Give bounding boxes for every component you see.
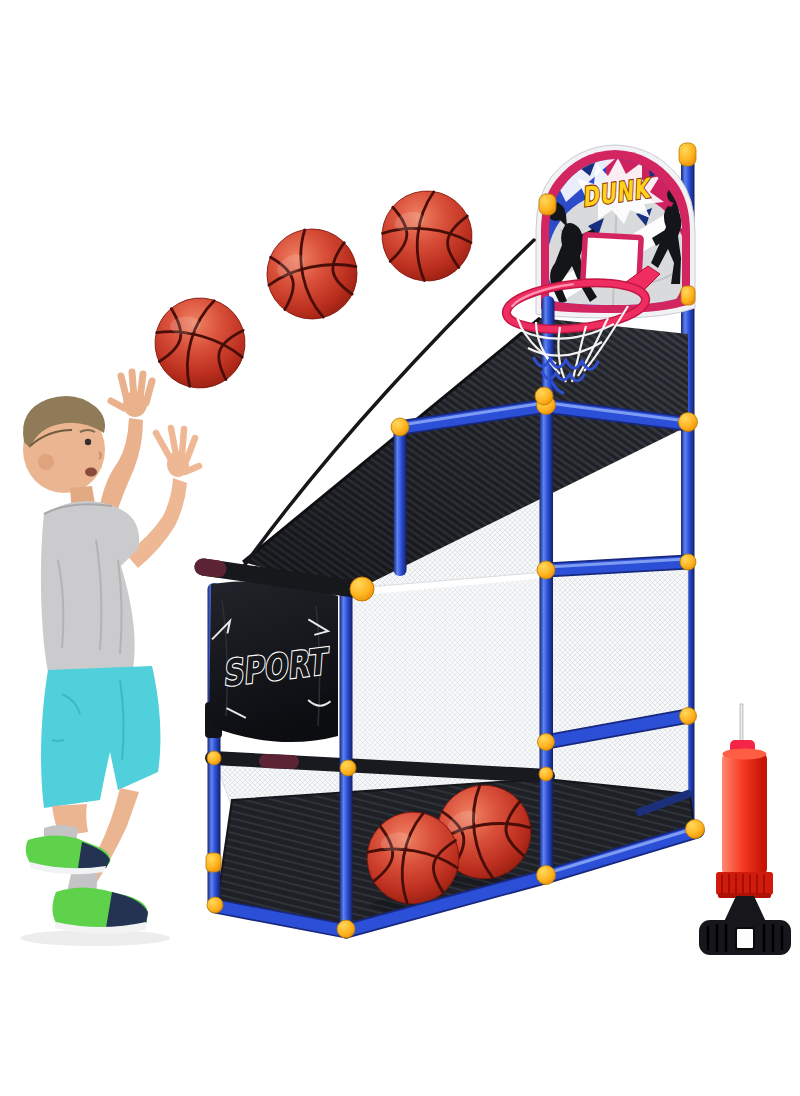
- backboard: DUNK: [536, 145, 701, 332]
- boy-arm-left: [98, 418, 143, 517]
- boy-shorts: [41, 666, 160, 808]
- boy-shirt: [41, 501, 139, 672]
- pump-body: [722, 752, 767, 876]
- boy: [20, 372, 199, 946]
- pole-top-cap: [679, 143, 696, 166]
- scene-canvas: DUNK: [0, 0, 800, 1096]
- product-image: DUNK: [0, 0, 800, 1096]
- rear-left-pole: [394, 426, 407, 576]
- center-pole: [540, 402, 554, 877]
- pump-needle: [740, 704, 743, 744]
- flying-basketballs: [144, 187, 476, 399]
- hand-pump: [699, 704, 791, 955]
- boy-mouth: [85, 468, 97, 477]
- pad-bar-ball-joint: [350, 577, 374, 601]
- flying-basketball-3: [378, 187, 477, 286]
- boy-eye: [85, 439, 91, 445]
- flying-basketball-1: [144, 287, 255, 398]
- pump-handle-hole: [736, 928, 754, 949]
- flying-basketball-2: [259, 221, 366, 328]
